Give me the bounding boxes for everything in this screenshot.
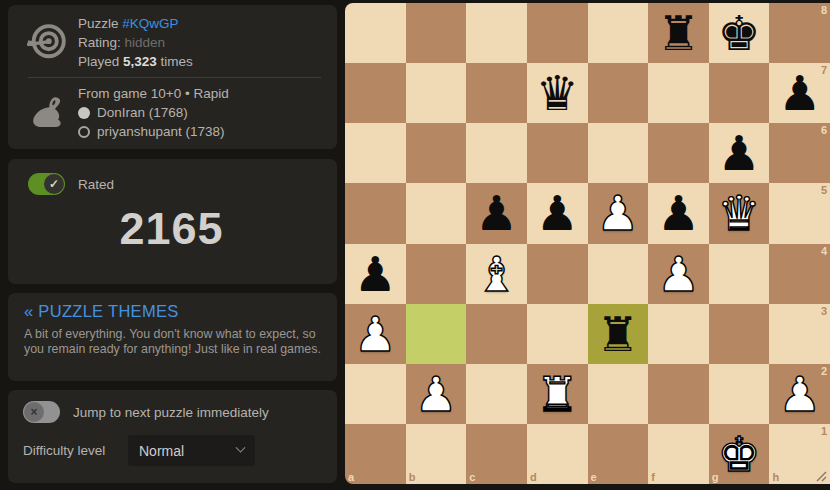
square-h6[interactable]: 6: [769, 123, 830, 183]
piece-black-pawn-h7[interactable]: ♟: [769, 63, 830, 123]
piece-white-queen-g5[interactable]: ♛: [709, 183, 770, 243]
piece-black-rook-f8[interactable]: ♜: [648, 3, 709, 63]
square-f1[interactable]: f: [648, 424, 709, 484]
square-d1[interactable]: d: [527, 424, 588, 484]
jump-label: Jump to next puzzle immediately: [73, 405, 269, 420]
chess-board[interactable]: ♜♚8♛♟7♟6♟♟♟♟♛5♟♝♟4♟♜3♟♜♟2abcdef♚gh1: [345, 3, 830, 484]
square-e6[interactable]: [588, 123, 649, 183]
square-c3[interactable]: [466, 304, 527, 364]
difficulty-select[interactable]: Normal: [128, 435, 255, 466]
square-e4[interactable]: [588, 244, 649, 304]
piece-black-pawn-d5[interactable]: ♟: [527, 183, 588, 243]
piece-white-king-g1[interactable]: ♚: [709, 424, 770, 484]
square-b4[interactable]: [406, 244, 467, 304]
square-f6[interactable]: [648, 123, 709, 183]
square-c5[interactable]: ♟: [466, 183, 527, 243]
player-white-row: DonIran (1768): [78, 103, 229, 122]
piece-white-pawn-f4[interactable]: ♟: [648, 244, 709, 304]
piece-white-pawn-b2[interactable]: ♟: [406, 364, 467, 424]
square-f8[interactable]: ♜: [648, 3, 709, 63]
square-g6[interactable]: ♟: [709, 123, 770, 183]
square-e1[interactable]: e: [588, 424, 649, 484]
theme-description: A bit of everything. You don't know what…: [24, 327, 321, 357]
square-a4[interactable]: ♟: [345, 244, 406, 304]
white-player-disc-icon: [78, 107, 90, 119]
square-a2[interactable]: [345, 364, 406, 424]
user-puzzle-rating: 2165: [22, 203, 321, 255]
square-g7[interactable]: [709, 63, 770, 123]
board-resize-handle[interactable]: [814, 469, 828, 483]
square-h2[interactable]: ♟2: [769, 364, 830, 424]
square-f7[interactable]: [648, 63, 709, 123]
rated-toggle-row: ✓ Rated: [28, 173, 321, 195]
square-g4[interactable]: [709, 244, 770, 304]
difficulty-row: Difficulty level Normal: [23, 435, 321, 466]
square-a6[interactable]: [345, 123, 406, 183]
square-c1[interactable]: c: [466, 424, 527, 484]
player-black-row: priyanshupant (1738): [78, 122, 229, 141]
square-c6[interactable]: [466, 123, 527, 183]
settings-box: × Jump to next puzzle immediately Diffic…: [8, 390, 337, 483]
coord-file-c: c: [469, 471, 475, 483]
coord-rank-5: 5: [821, 184, 827, 196]
square-e8[interactable]: [588, 3, 649, 63]
puzzle-rating-line: Rating: hidden: [78, 33, 193, 52]
coord-file-f: f: [651, 471, 655, 483]
puzzle-meta-text: Puzzle #KQwGP Rating: hidden Played 5,32…: [78, 14, 193, 71]
square-e7[interactable]: [588, 63, 649, 123]
square-d4[interactable]: [527, 244, 588, 304]
square-d7[interactable]: ♛: [527, 63, 588, 123]
square-g8[interactable]: ♚: [709, 3, 770, 63]
coord-file-d: d: [530, 471, 537, 483]
square-a8[interactable]: [345, 3, 406, 63]
jump-toggle[interactable]: ×: [23, 401, 60, 423]
piece-black-pawn-a4[interactable]: ♟: [345, 244, 406, 304]
coord-rank-3: 3: [821, 305, 827, 317]
jump-toggle-row: × Jump to next puzzle immediately: [23, 401, 321, 423]
square-b3[interactable]: [406, 304, 467, 364]
coord-file-a: a: [348, 471, 354, 483]
square-b7[interactable]: [406, 63, 467, 123]
square-b6[interactable]: [406, 123, 467, 183]
rating-value: hidden: [125, 35, 166, 50]
puzzle-meta-row: Puzzle #KQwGP Rating: hidden Played 5,32…: [14, 14, 325, 71]
coord-rank-1: 1: [821, 425, 827, 437]
black-player-name: priyanshupant (1738): [97, 122, 225, 141]
source-game-row: From game 10+0 • Rapid DonIran (1768) pr…: [14, 84, 325, 141]
difficulty-value: Normal: [139, 443, 184, 459]
target-icon: [14, 21, 78, 65]
square-h7[interactable]: ♟7: [769, 63, 830, 123]
square-g3[interactable]: [709, 304, 770, 364]
piece-black-rook-e3[interactable]: ♜: [588, 304, 649, 364]
source-game-title[interactable]: From game 10+0 • Rapid: [78, 84, 229, 103]
black-player-disc-icon: [78, 126, 90, 138]
rabbit-icon: [14, 93, 78, 133]
square-f2[interactable]: [648, 364, 709, 424]
chevron-down-icon: [236, 443, 246, 453]
puzzle-themes-box: « PUZZLE THEMES A bit of everything. You…: [8, 293, 337, 381]
square-b1[interactable]: b: [406, 424, 467, 484]
piece-white-pawn-a3[interactable]: ♟: [345, 304, 406, 364]
square-a5[interactable]: [345, 183, 406, 243]
source-game-text: From game 10+0 • Rapid DonIran (1768) pr…: [78, 84, 229, 141]
coord-rank-8: 8: [821, 4, 827, 16]
puzzle-id-link[interactable]: #KQwGP: [122, 16, 178, 31]
piece-white-bishop-c4[interactable]: ♝: [466, 244, 527, 304]
square-e3[interactable]: ♜: [588, 304, 649, 364]
square-c2[interactable]: [466, 364, 527, 424]
coord-file-e: e: [591, 471, 597, 483]
times-label: times: [161, 54, 193, 69]
square-a3[interactable]: ♟: [345, 304, 406, 364]
puzzle-themes-link[interactable]: « PUZZLE THEMES: [24, 302, 321, 321]
square-a1[interactable]: a: [345, 424, 406, 484]
square-h3[interactable]: 3: [769, 304, 830, 364]
square-g2[interactable]: [709, 364, 770, 424]
coord-rank-4: 4: [821, 245, 827, 257]
square-g1[interactable]: ♚g: [709, 424, 770, 484]
square-h8[interactable]: 8: [769, 3, 830, 63]
square-h4[interactable]: 4: [769, 244, 830, 304]
puzzle-page: Puzzle #KQwGP Rating: hidden Played 5,32…: [0, 0, 830, 490]
puzzle-id-line: Puzzle #KQwGP: [78, 14, 193, 33]
square-e5[interactable]: ♟: [588, 183, 649, 243]
piece-black-pawn-c5[interactable]: ♟: [466, 183, 527, 243]
piece-white-pawn-e5[interactable]: ♟: [588, 183, 649, 243]
sidebar: Puzzle #KQwGP Rating: hidden Played 5,32…: [0, 0, 345, 490]
played-label: Played: [78, 54, 119, 69]
square-f4[interactable]: ♟: [648, 244, 709, 304]
square-b8[interactable]: [406, 3, 467, 63]
square-b2[interactable]: ♟: [406, 364, 467, 424]
square-f5[interactable]: ♟: [648, 183, 709, 243]
square-h5[interactable]: 5: [769, 183, 830, 243]
piece-white-rook-d2[interactable]: ♜: [527, 364, 588, 424]
rated-toggle[interactable]: ✓: [28, 173, 65, 195]
rated-box: ✓ Rated 2165: [8, 159, 337, 284]
square-c7[interactable]: [466, 63, 527, 123]
piece-black-queen-d7[interactable]: ♛: [527, 63, 588, 123]
check-icon: ✓: [44, 174, 64, 194]
square-e2[interactable]: [588, 364, 649, 424]
played-count: 5,323: [123, 54, 157, 69]
piece-black-pawn-g6[interactable]: ♟: [709, 123, 770, 183]
rated-label: Rated: [78, 177, 114, 192]
square-c8[interactable]: [466, 3, 527, 63]
puzzle-info-box: Puzzle #KQwGP Rating: hidden Played 5,32…: [8, 5, 337, 149]
piece-black-pawn-f5[interactable]: ♟: [648, 183, 709, 243]
puzzle-played-line: Played 5,323 times: [78, 52, 193, 71]
coord-rank-6: 6: [821, 124, 827, 136]
difficulty-label: Difficulty level: [23, 443, 128, 458]
square-c4[interactable]: ♝: [466, 244, 527, 304]
white-player-name: DonIran (1768): [97, 103, 188, 122]
rating-label: Rating:: [78, 35, 121, 50]
square-d3[interactable]: [527, 304, 588, 364]
square-d2[interactable]: ♜: [527, 364, 588, 424]
puzzle-label: Puzzle: [78, 16, 119, 31]
square-a7[interactable]: [345, 63, 406, 123]
coord-file-b: b: [409, 471, 416, 483]
divider: [28, 77, 321, 78]
square-d8[interactable]: [527, 3, 588, 63]
piece-black-king-g8[interactable]: ♚: [709, 3, 770, 63]
coord-file-h: h: [772, 471, 779, 483]
square-d5[interactable]: ♟: [527, 183, 588, 243]
square-g5[interactable]: ♛: [709, 183, 770, 243]
square-b5[interactable]: [406, 183, 467, 243]
cross-icon: ×: [24, 402, 44, 422]
square-d6[interactable]: [527, 123, 588, 183]
piece-white-pawn-h2[interactable]: ♟: [769, 364, 830, 424]
square-f3[interactable]: [648, 304, 709, 364]
